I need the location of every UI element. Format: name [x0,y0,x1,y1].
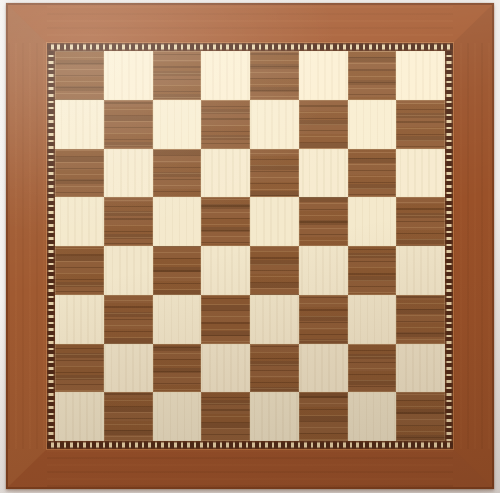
square-r8c3[interactable] [153,392,202,441]
square-r3c3[interactable] [153,149,202,198]
square-r5c2[interactable] [104,246,153,295]
square-r2c8[interactable] [396,100,445,149]
square-r3c8[interactable] [396,149,445,198]
square-r6c8[interactable] [396,295,445,344]
square-r7c3[interactable] [153,344,202,393]
square-r6c7[interactable] [348,295,397,344]
square-r7c2[interactable] [104,344,153,393]
square-r7c8[interactable] [396,344,445,393]
squares-grid [55,51,445,441]
square-r3c7[interactable] [348,149,397,198]
frame-grain-bottom [47,449,453,487]
square-r3c4[interactable] [201,149,250,198]
square-r2c6[interactable] [299,100,348,149]
square-r5c7[interactable] [348,246,397,295]
square-r3c6[interactable] [299,149,348,198]
square-r5c6[interactable] [299,246,348,295]
square-r3c5[interactable] [250,149,299,198]
square-r2c1[interactable] [55,100,104,149]
inlay-border-top [47,43,453,51]
square-r7c6[interactable] [299,344,348,393]
square-r1c2[interactable] [104,51,153,100]
square-r4c8[interactable] [396,197,445,246]
inlay-border-bottom [47,441,453,449]
square-r4c5[interactable] [250,197,299,246]
square-r7c1[interactable] [55,344,104,393]
frame-grain-top [47,5,453,43]
square-r1c3[interactable] [153,51,202,100]
square-r2c2[interactable] [104,100,153,149]
square-r4c7[interactable] [348,197,397,246]
square-r7c5[interactable] [250,344,299,393]
square-r2c7[interactable] [348,100,397,149]
square-r5c3[interactable] [153,246,202,295]
square-r4c6[interactable] [299,197,348,246]
square-r6c5[interactable] [250,295,299,344]
square-r2c3[interactable] [153,100,202,149]
square-r3c1[interactable] [55,149,104,198]
square-r5c5[interactable] [250,246,299,295]
square-r5c4[interactable] [201,246,250,295]
square-r7c7[interactable] [348,344,397,393]
square-r1c8[interactable] [396,51,445,100]
square-r5c1[interactable] [55,246,104,295]
square-r2c5[interactable] [250,100,299,149]
square-r8c7[interactable] [348,392,397,441]
inlay-border [47,43,453,449]
square-r8c2[interactable] [104,392,153,441]
square-r4c1[interactable] [55,197,104,246]
square-r1c1[interactable] [55,51,104,100]
inlay-border-right [445,51,453,441]
square-r8c1[interactable] [55,392,104,441]
square-r6c6[interactable] [299,295,348,344]
frame-grain-left [8,43,47,449]
square-r1c6[interactable] [299,51,348,100]
square-r8c5[interactable] [250,392,299,441]
square-r8c8[interactable] [396,392,445,441]
square-r8c6[interactable] [299,392,348,441]
square-r6c1[interactable] [55,295,104,344]
frame-grain-right [453,43,492,449]
square-r1c4[interactable] [201,51,250,100]
square-r6c2[interactable] [104,295,153,344]
square-r4c2[interactable] [104,197,153,246]
square-r8c4[interactable] [201,392,250,441]
square-r5c8[interactable] [396,246,445,295]
board-frame [8,5,492,487]
square-r1c5[interactable] [250,51,299,100]
square-r4c3[interactable] [153,197,202,246]
photo-background [0,0,500,493]
square-r1c7[interactable] [348,51,397,100]
chessboard [6,3,494,489]
square-r4c4[interactable] [201,197,250,246]
square-r7c4[interactable] [201,344,250,393]
square-r3c2[interactable] [104,149,153,198]
square-r6c4[interactable] [201,295,250,344]
inlay-border-left [47,51,55,441]
square-r2c4[interactable] [201,100,250,149]
square-r6c3[interactable] [153,295,202,344]
